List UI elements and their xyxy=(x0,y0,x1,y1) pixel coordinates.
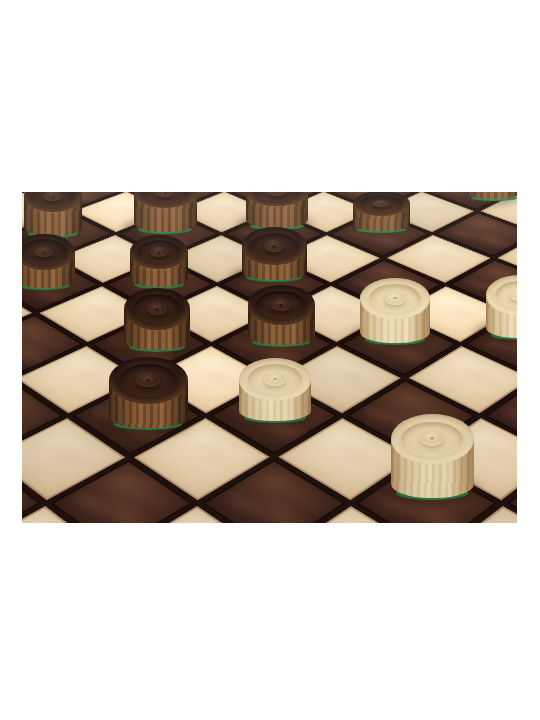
piece-center-nub xyxy=(279,304,282,306)
piece-carved-ring xyxy=(119,364,177,397)
piece-top-face xyxy=(360,278,430,319)
piece-top-face xyxy=(391,414,474,464)
piece-top-face xyxy=(248,285,315,325)
piece-center-dome xyxy=(385,292,406,304)
piece-carved-ring xyxy=(495,281,517,309)
piece-center-nub xyxy=(43,251,46,253)
piece-carved-ring xyxy=(142,192,189,204)
piece-carved-ring xyxy=(248,364,301,395)
checker-piece-light[interactable] xyxy=(239,358,311,423)
piece-carved-ring xyxy=(133,294,182,324)
checker-piece-dark[interactable] xyxy=(109,357,188,430)
piece-center-dome xyxy=(373,200,390,207)
piece-carved-ring xyxy=(360,195,402,213)
checker-piece-dark[interactable] xyxy=(246,192,308,230)
piece-center-nub xyxy=(430,437,434,439)
piece-center-nub xyxy=(146,379,150,381)
checker-piece-dark[interactable] xyxy=(24,192,82,238)
piece-center-nub xyxy=(380,203,383,204)
piece-top-face xyxy=(242,227,307,265)
checker-piece-dark[interactable] xyxy=(242,227,307,282)
checker-piece-light[interactable] xyxy=(391,414,474,500)
piece-top-face xyxy=(130,235,188,269)
checker-piece-dark[interactable] xyxy=(248,285,315,347)
piece-center-nub xyxy=(158,251,161,253)
piece-carved-ring xyxy=(250,233,298,260)
piece-center-nub xyxy=(155,308,158,310)
piece-center-dome xyxy=(35,247,53,258)
piece-center-dome xyxy=(147,303,167,316)
piece-center-dome xyxy=(150,247,167,257)
piece-center-nub xyxy=(52,195,55,197)
piece-center-dome xyxy=(136,373,159,387)
piece-center-nub xyxy=(272,245,275,247)
checker-piece-dark[interactable] xyxy=(467,192,517,201)
piece-center-dome xyxy=(510,289,517,301)
piece-top-face xyxy=(109,357,188,404)
piece-carved-ring xyxy=(32,192,75,208)
piece-carved-ring xyxy=(138,240,181,264)
piece-carved-ring xyxy=(22,239,67,265)
piece-carved-ring xyxy=(254,192,300,202)
piece-top-face xyxy=(353,192,410,216)
checker-piece-light[interactable] xyxy=(360,278,430,345)
piece-center-dome xyxy=(156,192,175,197)
piece-top-face xyxy=(239,358,311,401)
checker-piece-dark[interactable] xyxy=(353,192,410,233)
checker-piece-dark[interactable] xyxy=(130,235,188,289)
piece-center-dome xyxy=(264,373,285,386)
piece-center-dome xyxy=(420,431,445,446)
photo-region xyxy=(22,192,517,523)
checker-piece-dark[interactable] xyxy=(124,288,190,352)
piece-center-nub xyxy=(273,378,276,380)
piece-center-dome xyxy=(44,192,61,201)
piece-carved-ring xyxy=(401,422,462,458)
checker-piece-dark[interactable] xyxy=(22,234,75,290)
piece-center-nub xyxy=(164,192,167,193)
page xyxy=(0,0,540,720)
piece-carved-ring xyxy=(256,291,306,319)
piece-center-dome xyxy=(271,299,291,311)
piece-carved-ring xyxy=(369,284,421,313)
piece-center-nub xyxy=(393,297,396,299)
checker-piece-dark[interactable] xyxy=(134,192,197,234)
piece-center-dome xyxy=(268,192,286,196)
piece-top-face xyxy=(124,288,190,330)
piece-center-dome xyxy=(264,240,283,251)
checker-piece-light[interactable] xyxy=(486,275,517,340)
